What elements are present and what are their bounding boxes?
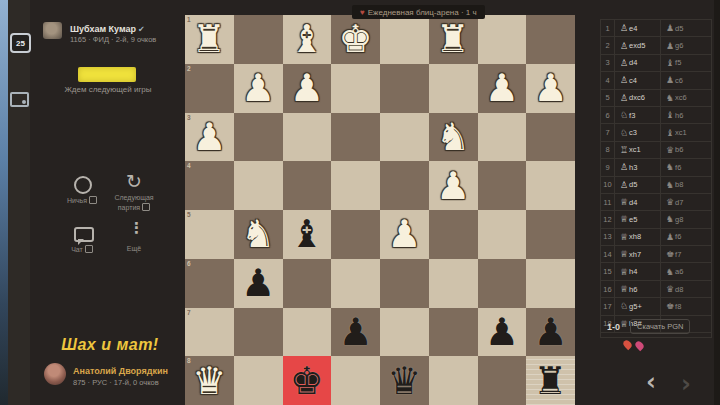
move-number: 10 [601, 177, 615, 193]
square-f1[interactable]: ♝ [283, 15, 332, 64]
small-box-icon [89, 196, 97, 204]
square-a7[interactable]: ♟ [526, 308, 575, 357]
move-row[interactable]: 9♙h3♞f6 [601, 159, 711, 176]
move-row[interactable]: 12♕e5♞g8 [601, 211, 711, 228]
white-move[interactable]: ♕xh7 [615, 246, 661, 262]
rank-label: 7 [187, 309, 191, 316]
flame-icon [634, 340, 645, 351]
rank-label: 1 [187, 16, 191, 23]
checkmate-banner: Шах и мат! [50, 336, 170, 354]
black-king[interactable]: ♚ [290, 357, 324, 405]
black-move[interactable]: ♚f8 [661, 298, 709, 314]
waiting-status-text: Ждем следующей игры [48, 85, 168, 94]
black-pawn[interactable]: ♟ [485, 308, 519, 356]
move-number: 11 [601, 194, 615, 210]
move-number: 3 [601, 55, 615, 71]
square-e2[interactable] [331, 64, 380, 113]
white-move[interactable]: ♙c4 [615, 72, 661, 88]
side-chrome-column [8, 0, 30, 405]
white-pawn[interactable]: ♟ [290, 64, 324, 112]
square-b2[interactable]: ♟ [478, 64, 527, 113]
black-pawn[interactable]: ♟ [339, 308, 373, 356]
square-g5[interactable]: ♞ [234, 210, 283, 259]
square-g4[interactable] [234, 161, 283, 210]
move-number: 9 [601, 159, 615, 175]
chess-board[interactable]: 1♜♝♚♜2♟♟♟♟3♟♞4♟5♞♝♟6♟7♟♟♟8♛♚♛♜ [185, 15, 575, 405]
square-g8[interactable] [234, 356, 283, 405]
white-move[interactable]: ♕h6 [615, 281, 661, 297]
move-number: 7 [601, 124, 615, 140]
square-g6[interactable]: ♟ [234, 259, 283, 308]
square-e8[interactable] [331, 356, 380, 405]
game-result: 1-0 [607, 322, 620, 332]
more-options-icon[interactable]: ⋮ [129, 222, 139, 244]
player-edge-gradient [0, 0, 8, 405]
move-row[interactable]: 1♙e4♟d5 [601, 20, 711, 37]
square-a8[interactable]: ♜ [526, 356, 575, 405]
move-number: 5 [601, 90, 615, 106]
right-edge [714, 0, 720, 405]
arena-banner[interactable]: ♥ Ежедневная блиц-арена · 1 ч [352, 5, 485, 19]
black-move[interactable]: ♟c6 [661, 72, 709, 88]
square-d3[interactable] [380, 113, 429, 162]
square-b6[interactable] [478, 259, 527, 308]
black-move[interactable]: ♚f7 [661, 246, 709, 262]
square-a4[interactable] [526, 161, 575, 210]
white-rook[interactable]: ♜ [192, 15, 226, 63]
square-a1[interactable] [526, 15, 575, 64]
bottom-player-name[interactable]: Анатолий Дворядкин [73, 366, 168, 376]
move-row[interactable]: 17♘g5+♚f8 [601, 298, 711, 315]
black-move[interactable]: ♝f5 [661, 55, 709, 71]
small-box-icon [85, 245, 93, 253]
move-row[interactable]: 6♘f3♝h6 [601, 107, 711, 124]
square-d1[interactable] [380, 15, 429, 64]
square-e3[interactable] [331, 113, 380, 162]
move-row[interactable]: 2♙exd5♟g6 [601, 37, 711, 54]
verified-check-icon: ✔ [138, 25, 145, 34]
square-c6[interactable] [429, 259, 478, 308]
square-a2[interactable]: ♟ [526, 64, 575, 113]
white-move[interactable]: ♘c3 [615, 124, 661, 140]
heart-icon: ♥ [360, 8, 365, 17]
square-h7[interactable]: 7 [185, 308, 234, 357]
rank-label: 2 [187, 65, 191, 72]
square-h2[interactable]: 2 [185, 64, 234, 113]
highlighted-redaction-box [78, 67, 136, 82]
white-pawn[interactable]: ♟ [241, 64, 275, 112]
white-pawn[interactable]: ♟ [387, 210, 421, 258]
square-e7[interactable]: ♟ [331, 308, 380, 357]
previous-move-button[interactable]: ‹ [646, 368, 656, 396]
rank-label: 5 [187, 211, 191, 218]
square-c4[interactable]: ♟ [429, 161, 478, 210]
chat-icon[interactable] [74, 227, 94, 242]
square-d6[interactable] [380, 259, 429, 308]
move-row[interactable]: 4♙c4♟c6 [601, 72, 711, 89]
white-move[interactable]: ♙d5 [615, 177, 661, 193]
move-row[interactable]: 15♕h4♞a6 [601, 263, 711, 280]
black-bishop[interactable]: ♝ [290, 210, 324, 258]
more-button-label[interactable]: Ещё [112, 245, 156, 252]
square-c8[interactable] [429, 356, 478, 405]
square-d4[interactable] [380, 161, 429, 210]
avatar-top-player[interactable] [43, 22, 62, 39]
move-number: 2 [601, 37, 615, 53]
white-pawn[interactable]: ♟ [534, 64, 568, 112]
black-move[interactable]: ♛b6 [661, 142, 709, 158]
next-game-arrows-icon[interactable]: ↻ [123, 171, 145, 193]
small-box-icon [142, 203, 150, 211]
white-pawn[interactable]: ♟ [436, 162, 470, 210]
black-move[interactable]: ♝h6 [661, 107, 709, 123]
black-move[interactable]: ♞xc6 [661, 90, 709, 106]
black-pawn[interactable]: ♟ [241, 259, 275, 307]
move-row[interactable]: 13♕xh8♟f6 [601, 229, 711, 246]
move-number: 6 [601, 107, 615, 123]
black-move[interactable]: ♛d8 [661, 281, 709, 297]
move-row[interactable]: 10♙d5♞b8 [601, 177, 711, 194]
white-move[interactable]: ♕d4 [615, 194, 661, 210]
square-b7[interactable]: ♟ [478, 308, 527, 357]
square-g3[interactable] [234, 113, 283, 162]
move-number: 12 [601, 211, 615, 227]
move-row[interactable]: 7♘c3♝xc1 [601, 124, 711, 141]
square-e6[interactable] [331, 259, 380, 308]
move-row[interactable]: 16♕h6♛d8 [601, 281, 711, 298]
black-move[interactable]: ♞g8 [661, 211, 709, 227]
square-g1[interactable] [234, 15, 283, 64]
app-window: 25 Шубхам Кумар✔ 1165 · ФИД · 2-й, 9 очк… [0, 0, 720, 405]
square-b4[interactable] [478, 161, 527, 210]
next-game-label-line2[interactable]: партия [104, 203, 164, 211]
white-move[interactable]: ♕h4 [615, 263, 661, 279]
square-a3[interactable] [526, 113, 575, 162]
square-b1[interactable] [478, 15, 527, 64]
white-bishop[interactable]: ♝ [290, 15, 324, 63]
rank-label: 6 [187, 260, 191, 267]
white-move[interactable]: ♙d4 [615, 55, 661, 71]
black-move[interactable]: ♞b8 [661, 177, 709, 193]
white-move[interactable]: ♙e4 [615, 20, 661, 36]
square-d2[interactable] [380, 64, 429, 113]
square-d5[interactable]: ♟ [380, 210, 429, 259]
white-move[interactable]: ♙h3 [615, 159, 661, 175]
avatar-bottom-player[interactable] [44, 363, 66, 385]
square-f7[interactable] [283, 308, 332, 357]
square-b5[interactable] [478, 210, 527, 259]
white-move[interactable]: ♙dxc6 [615, 90, 661, 106]
square-c1[interactable]: ♜ [429, 15, 478, 64]
white-move[interactable]: ♘g5+ [615, 298, 661, 314]
rank-label: 3 [187, 114, 191, 121]
move-number: 8 [601, 142, 615, 158]
white-move[interactable]: ♘f3 [615, 107, 661, 123]
square-h4[interactable]: 4 [185, 161, 234, 210]
black-move[interactable]: ♝xc1 [661, 124, 709, 140]
move-row[interactable]: 11♕d4♛d7 [601, 194, 711, 211]
white-king[interactable]: ♚ [339, 15, 373, 63]
white-rook[interactable]: ♜ [436, 15, 470, 63]
playlist-count-badge[interactable]: 25 [10, 33, 31, 53]
square-d8[interactable]: ♛ [380, 356, 429, 405]
move-number: 15 [601, 263, 615, 279]
chat-button-label[interactable]: Чат [60, 245, 104, 253]
white-move[interactable]: ♖xc1 [615, 142, 661, 158]
rank-label: 4 [187, 162, 191, 169]
move-row[interactable]: 8♖xc1♛b6 [601, 142, 711, 159]
move-row[interactable]: 3♙d4♝f5 [601, 55, 711, 72]
black-pawn[interactable]: ♟ [534, 308, 568, 356]
result-row: 1-0 Скачать PGN [600, 315, 712, 338]
square-c5[interactable] [429, 210, 478, 259]
square-h1[interactable]: 1♜ [185, 15, 234, 64]
screen-cast-icon[interactable] [10, 92, 29, 107]
move-row[interactable]: 5♙dxc6♞xc6 [601, 90, 711, 107]
square-g7[interactable] [234, 308, 283, 357]
square-f3[interactable] [283, 113, 332, 162]
square-f2[interactable]: ♟ [283, 64, 332, 113]
square-f4[interactable] [283, 161, 332, 210]
next-game-label-line1[interactable]: Следующая [104, 194, 164, 201]
square-g2[interactable]: ♟ [234, 64, 283, 113]
square-a5[interactable] [526, 210, 575, 259]
square-d7[interactable] [380, 308, 429, 357]
square-h5[interactable]: 5 [185, 210, 234, 259]
white-move[interactable]: ♙exd5 [615, 37, 661, 53]
move-number: 14 [601, 246, 615, 262]
square-a6[interactable] [526, 259, 575, 308]
square-c7[interactable] [429, 308, 478, 357]
move-number: 1 [601, 20, 615, 36]
move-row[interactable]: 14♕xh7♚f7 [601, 246, 711, 263]
square-f5[interactable]: ♝ [283, 210, 332, 259]
move-number: 4 [601, 72, 615, 88]
white-move[interactable]: ♕xh8 [615, 229, 661, 245]
black-move[interactable]: ♛d7 [661, 194, 709, 210]
black-move[interactable]: ♞f6 [661, 159, 709, 175]
white-move[interactable]: ♕e5 [615, 211, 661, 227]
white-knight[interactable]: ♞ [241, 210, 275, 258]
square-h8[interactable]: 8♛ [185, 356, 234, 405]
black-move[interactable]: ♟f6 [661, 229, 709, 245]
flame-icon [622, 339, 633, 350]
rank-label: 8 [187, 357, 191, 364]
move-number: 17 [601, 298, 615, 314]
square-f8[interactable]: ♚ [283, 356, 332, 405]
move-number: 16 [601, 281, 615, 297]
square-c3[interactable]: ♞ [429, 113, 478, 162]
square-e4[interactable] [331, 161, 380, 210]
square-c2[interactable] [429, 64, 478, 113]
square-h6[interactable]: 6 [185, 259, 234, 308]
black-queen[interactable]: ♛ [387, 357, 421, 405]
draw-circle-icon[interactable] [74, 176, 92, 194]
square-b8[interactable] [478, 356, 527, 405]
square-e5[interactable] [331, 210, 380, 259]
black-move[interactable]: ♟d5 [661, 20, 709, 36]
white-pawn[interactable]: ♟ [485, 64, 519, 112]
top-player-name[interactable]: Шубхам Кумар✔ [70, 24, 145, 34]
black-move[interactable]: ♞a6 [661, 263, 709, 279]
black-rook[interactable]: ♜ [534, 357, 568, 405]
top-player-details: 1165 · ФИД · 2-й, 9 очков [70, 35, 156, 44]
square-b3[interactable] [478, 113, 527, 162]
move-number: 13 [601, 229, 615, 245]
white-queen[interactable]: ♛ [192, 357, 226, 405]
white-pawn[interactable]: ♟ [192, 113, 226, 161]
black-move[interactable]: ♟g6 [661, 37, 709, 53]
square-h3[interactable]: 3♟ [185, 113, 234, 162]
bottom-player-details: 875 · РУС · 17-й, 0 очков [73, 378, 159, 387]
white-knight[interactable]: ♞ [436, 113, 470, 161]
move-list[interactable]: 1♙e4♟d52♙exd5♟g63♙d4♝f54♙c4♟c65♙dxc6♞xc6… [600, 19, 712, 333]
download-pgn-button[interactable]: Скачать PGN [630, 319, 690, 334]
square-e1[interactable]: ♚ [331, 15, 380, 64]
next-move-button[interactable]: › [681, 370, 691, 398]
draw-button-label[interactable]: Ничья [60, 196, 104, 204]
square-f6[interactable] [283, 259, 332, 308]
